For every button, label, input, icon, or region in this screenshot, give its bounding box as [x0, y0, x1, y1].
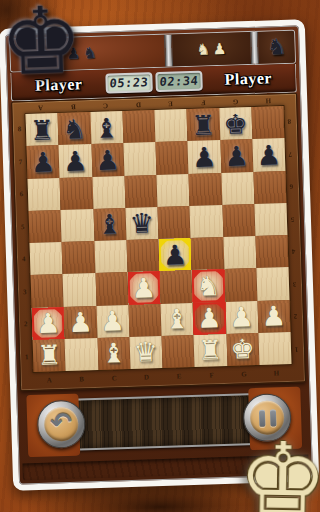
- captured-black-pieces-tray: ♟♞: [10, 35, 165, 72]
- piece-black-pawn[interactable]: ♟: [163, 241, 188, 269]
- piece-black-pawn[interactable]: ♟: [192, 143, 217, 171]
- rank-label: 4: [19, 243, 29, 276]
- square-g4[interactable]: [223, 236, 256, 269]
- piece-black-rook[interactable]: ♜: [30, 116, 55, 144]
- piece-white-king[interactable]: ♚: [230, 335, 255, 363]
- file-label: H: [252, 95, 285, 105]
- square-g7[interactable]: ♟: [220, 139, 253, 172]
- square-f1[interactable]: ♜: [194, 334, 227, 367]
- square-h4[interactable]: [255, 235, 288, 268]
- piece-black-bishop[interactable]: ♝: [94, 114, 119, 142]
- square-a8[interactable]: ♜: [26, 113, 59, 146]
- file-label: G: [219, 96, 252, 106]
- square-d2[interactable]: [128, 303, 161, 336]
- rank-label: 8: [284, 105, 294, 138]
- square-f7[interactable]: ♟: [188, 140, 221, 173]
- square-c5[interactable]: ♝: [93, 208, 126, 241]
- board-frame: ABCDEFGH ABCDEFGH 87654321 87654321 ♜♞♝♜…: [11, 93, 306, 392]
- file-label: D: [130, 373, 163, 383]
- square-e3[interactable]: [160, 270, 193, 303]
- file-label: B: [65, 375, 98, 385]
- rank-label: 6: [286, 170, 296, 203]
- square-e6[interactable]: [156, 174, 189, 207]
- square-g8[interactable]: ♚: [219, 107, 252, 140]
- rank-label: 7: [16, 146, 26, 179]
- piece-white-rook[interactable]: ♜: [198, 336, 223, 364]
- square-e1[interactable]: [162, 335, 195, 368]
- square-c7[interactable]: ♟: [91, 143, 124, 176]
- square-h2[interactable]: ♟: [257, 299, 290, 332]
- square-d6[interactable]: [124, 175, 157, 208]
- piece-black-pawn[interactable]: ♟: [256, 141, 281, 169]
- piece-white-bishop[interactable]: ♝: [101, 339, 126, 367]
- rank-label: 1: [22, 341, 32, 374]
- piece-black-bishop[interactable]: ♝: [97, 211, 122, 239]
- captured-white-knight-icon: ♞: [196, 42, 210, 57]
- file-label: E: [154, 98, 187, 108]
- square-g6[interactable]: [221, 172, 254, 205]
- captured-white-pieces-tray: ♞♟: [172, 32, 251, 66]
- square-h7[interactable]: ♟: [252, 138, 285, 171]
- rank-label: 3: [289, 267, 299, 300]
- square-c3[interactable]: [95, 272, 128, 305]
- square-e7[interactable]: [155, 141, 188, 174]
- piece-white-pawn[interactable]: ♟: [100, 307, 125, 335]
- file-label: B: [57, 101, 90, 111]
- square-f3[interactable]: ♞: [192, 269, 225, 302]
- square-b1[interactable]: [65, 338, 98, 371]
- player-right-name: Player: [205, 69, 292, 90]
- rank-label: 8: [14, 113, 24, 146]
- file-label: A: [24, 102, 57, 112]
- piece-black-pawn[interactable]: ♟: [63, 147, 88, 175]
- file-label: F: [195, 371, 228, 381]
- rank-label: 3: [20, 276, 30, 309]
- square-h6[interactable]: [253, 170, 286, 203]
- square-b4[interactable]: [62, 241, 95, 274]
- square-b7[interactable]: ♟: [59, 144, 92, 177]
- square-g2[interactable]: ♟: [225, 300, 258, 333]
- clock-right: 02:34: [155, 71, 203, 92]
- square-b8[interactable]: ♞: [58, 112, 91, 145]
- square-a1[interactable]: ♜: [33, 339, 66, 372]
- chess-board: ♜♞♝♜♚♟♟♟♟♟♟♝♛♟♟♞♟♟♟♝♟♟♟♜♝♛♜♚: [24, 105, 292, 373]
- square-a7[interactable]: ♟: [27, 145, 60, 178]
- piece-black-knight[interactable]: ♞: [62, 115, 87, 143]
- square-f2[interactable]: ♟: [193, 301, 226, 334]
- file-label: C: [98, 374, 131, 384]
- panel-wood-margin: ♟♞ ♞♟ ♞ Player 05:23 02:34 Player ABCDEF…: [5, 25, 313, 484]
- square-c2[interactable]: ♟: [96, 304, 129, 337]
- square-e2[interactable]: ♝: [161, 302, 194, 335]
- square-f8[interactable]: ♜: [187, 108, 220, 141]
- rank-label: 7: [285, 137, 295, 170]
- square-a4[interactable]: [30, 242, 63, 275]
- square-e4[interactable]: ♟: [158, 238, 191, 271]
- piece-white-bishop[interactable]: ♝: [165, 305, 190, 333]
- piece-black-pawn[interactable]: ♟: [31, 148, 56, 176]
- square-f4[interactable]: [191, 237, 224, 270]
- pause-button-face: [250, 400, 285, 435]
- piece-black-pawn[interactable]: ♟: [224, 142, 249, 170]
- square-a6[interactable]: [28, 178, 61, 211]
- piece-black-pawn[interactable]: ♟: [95, 146, 120, 174]
- square-d4[interactable]: [126, 239, 159, 272]
- square-d7[interactable]: [123, 142, 156, 175]
- square-c4[interactable]: [94, 240, 127, 273]
- rank-label: 4: [288, 235, 298, 268]
- turn-indicator: ♞: [258, 31, 295, 64]
- rank-label: 2: [21, 308, 31, 341]
- square-h1[interactable]: [258, 332, 291, 365]
- captured-black-pawn-icon: ♟: [66, 46, 80, 61]
- controls-bar: ↶: [20, 382, 308, 463]
- clock-left: 05:23: [105, 72, 153, 93]
- piece-black-queen[interactable]: ♛: [129, 210, 154, 238]
- square-b5[interactable]: [61, 209, 94, 242]
- square-d8[interactable]: [122, 110, 155, 143]
- black-knight-icon: ♞: [266, 36, 286, 59]
- file-label: A: [33, 376, 66, 386]
- square-c8[interactable]: ♝: [90, 111, 123, 144]
- undo-button-face: ↶: [44, 407, 79, 442]
- rank-label: 6: [17, 178, 27, 211]
- square-h5[interactable]: [254, 203, 287, 236]
- square-b2[interactable]: ♟: [64, 306, 97, 339]
- square-f5[interactable]: [190, 205, 223, 238]
- captured-white-pawn-icon: ♟: [213, 41, 227, 56]
- square-a2[interactable]: ♟: [32, 307, 65, 340]
- file-label: F: [187, 97, 220, 107]
- undo-icon: ↶: [50, 409, 73, 436]
- square-h8[interactable]: [251, 106, 284, 139]
- file-label: C: [89, 100, 122, 110]
- game-panel: ♟♞ ♞♟ ♞ Player 05:23 02:34 Player ABCDEF…: [0, 19, 319, 490]
- rank-label: 1: [291, 332, 301, 365]
- square-a5[interactable]: [29, 210, 62, 243]
- piece-white-knight[interactable]: ♞: [196, 272, 221, 300]
- square-c1[interactable]: ♝: [97, 337, 130, 370]
- piece-white-pawn[interactable]: ♟: [131, 274, 156, 302]
- piece-white-queen[interactable]: ♛: [133, 338, 158, 366]
- square-a3[interactable]: [31, 274, 64, 307]
- square-d1[interactable]: ♛: [129, 336, 162, 369]
- piece-white-pawn[interactable]: ♟: [261, 302, 286, 330]
- piece-white-pawn[interactable]: ♟: [68, 308, 93, 336]
- piece-white-pawn[interactable]: ♟: [197, 304, 222, 332]
- piece-white-rook[interactable]: ♜: [37, 341, 62, 369]
- file-label: H: [260, 369, 293, 379]
- square-g5[interactable]: [222, 204, 255, 237]
- square-e8[interactable]: [154, 109, 187, 142]
- app-background: ♟♞ ♞♟ ♞ Player 05:23 02:34 Player ABCDEF…: [0, 0, 320, 512]
- square-b3[interactable]: [63, 273, 96, 306]
- square-e5[interactable]: [157, 206, 190, 239]
- square-g3[interactable]: [224, 268, 257, 301]
- captured-black-knight-icon: ♞: [83, 45, 97, 60]
- square-d3[interactable]: ♟: [127, 271, 160, 304]
- pause-icon: [258, 409, 276, 427]
- player-left-name: Player: [15, 75, 102, 96]
- square-c6[interactable]: [92, 176, 125, 209]
- rank-label: 2: [290, 300, 300, 333]
- clock-left-time: 05:23: [109, 75, 149, 90]
- square-d5[interactable]: ♛: [125, 207, 158, 240]
- square-f6[interactable]: [189, 173, 222, 206]
- file-label: G: [228, 370, 261, 380]
- file-label: D: [122, 99, 155, 109]
- piece-white-pawn[interactable]: ♟: [36, 309, 61, 337]
- square-g1[interactable]: ♚: [226, 333, 259, 366]
- piece-black-king[interactable]: ♚: [223, 110, 248, 138]
- piece-black-rook[interactable]: ♜: [191, 111, 216, 139]
- file-label: E: [163, 372, 196, 382]
- clock-right-time: 02:34: [159, 74, 199, 89]
- rank-label: 5: [18, 211, 28, 244]
- rank-label: 5: [287, 202, 297, 235]
- square-h3[interactable]: [256, 267, 289, 300]
- piece-white-pawn[interactable]: ♟: [229, 303, 254, 331]
- square-b6[interactable]: [60, 177, 93, 210]
